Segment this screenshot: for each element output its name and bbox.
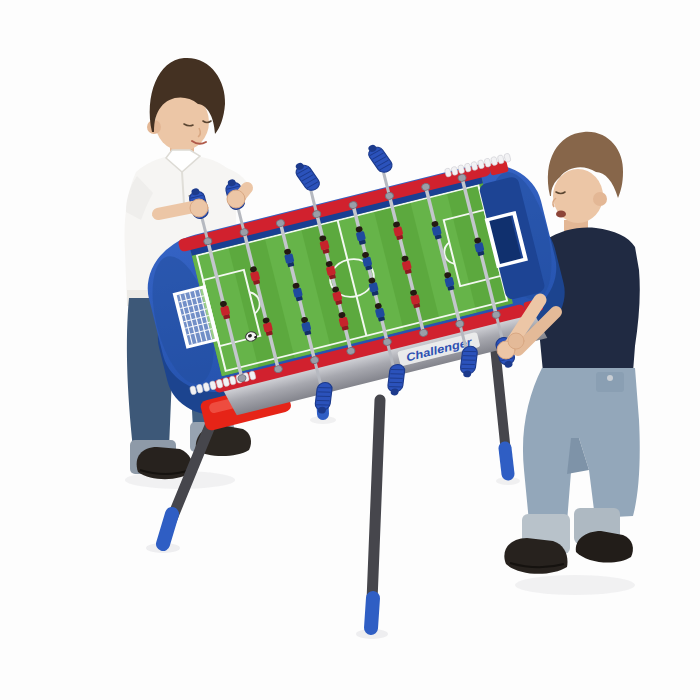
child-right-jeans-button [607, 375, 613, 381]
table-leg-foot-near-right [371, 598, 373, 628]
child-left-forearm-left [158, 207, 193, 214]
child-left-hand-left [190, 199, 208, 217]
child-right-hand-back [508, 333, 524, 349]
child-right-ear [593, 192, 607, 206]
product-photo-scene: Challenger [0, 0, 700, 700]
child-left-hand-right [227, 190, 245, 208]
child-right-shoe-front [504, 538, 567, 574]
child-right-open-smile [556, 210, 566, 217]
table-leg-foot-far-right [505, 448, 508, 474]
table-leg-foot-near-left [163, 514, 172, 544]
scene-svg: Challenger [0, 0, 700, 700]
